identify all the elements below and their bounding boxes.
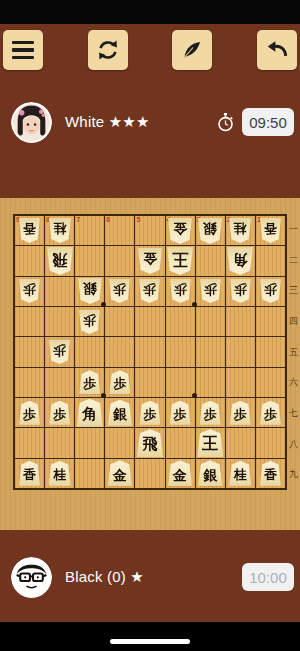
rank-label: 五	[287, 337, 300, 368]
shogi-piece-p-b[interactable]: 歩	[109, 370, 130, 394]
piece-kanji: 歩	[23, 405, 36, 421]
board-cell-3i[interactable]: 銀	[196, 459, 225, 488]
board-cell-5e[interactable]	[135, 337, 164, 366]
piece-kanji: 香	[264, 465, 277, 481]
shogi-piece-k-w[interactable]: 王	[167, 247, 193, 275]
piece-kanji: 歩	[234, 405, 247, 421]
white-player-avatar	[11, 102, 52, 143]
shogi-piece-p-b[interactable]: 歩	[19, 401, 40, 425]
piece-kanji: 歩	[143, 405, 156, 421]
board-cell-9f[interactable]	[15, 368, 44, 397]
piece-kanji: 金	[113, 465, 127, 482]
board-cell-2c[interactable]: 歩	[226, 277, 255, 306]
shogi-piece-p-w[interactable]: 歩	[170, 279, 191, 303]
piece-kanji: 香	[23, 465, 36, 481]
board-cell-1b[interactable]	[256, 246, 285, 275]
board-cell-5d[interactable]	[135, 307, 164, 336]
piece-kanji: 飛	[52, 252, 67, 270]
rank-labels: 一二三四五六七八九	[287, 214, 300, 490]
board-cell-5b[interactable]: 金	[135, 246, 164, 275]
shogi-piece-l-b[interactable]: 香	[19, 461, 40, 486]
shogi-piece-g-w[interactable]: 金	[138, 248, 162, 274]
piece-kanji: 歩	[174, 283, 187, 299]
board-cell-6g[interactable]: 銀	[105, 398, 134, 427]
file-label: 5	[136, 216, 140, 224]
board-cell-2d[interactable]	[226, 307, 255, 336]
board-cell-8i[interactable]: 桂	[45, 459, 74, 488]
piece-kanji: 銀	[203, 465, 217, 482]
rank-label: 四	[287, 306, 300, 337]
rank-label: 二	[287, 245, 300, 276]
black-player-name: Black (0) ★	[65, 568, 144, 586]
piece-kanji: 桂	[53, 465, 66, 481]
piece-kanji: 歩	[23, 283, 36, 299]
shogi-piece-l-w[interactable]: 香	[19, 218, 40, 243]
status-bar	[0, 0, 300, 24]
rank-label: 六	[287, 367, 300, 398]
hoshi-dot	[192, 393, 197, 398]
board-cell-1a[interactable]: 1香	[256, 216, 285, 245]
file-label: 6	[106, 216, 110, 224]
shogi-piece-r-w[interactable]: 飛	[47, 247, 73, 275]
board-cell-3e[interactable]	[196, 337, 225, 366]
piece-kanji: 歩	[234, 283, 247, 299]
shogi-piece-p-b[interactable]: 歩	[49, 401, 70, 425]
piece-kanji: 香	[264, 223, 277, 239]
shogi-piece-p-w[interactable]: 歩	[19, 279, 40, 303]
rank-label: 一	[287, 214, 300, 245]
shogi-piece-n-b[interactable]: 桂	[49, 461, 71, 486]
board-cell-6h[interactable]	[105, 428, 134, 457]
file-label: 7	[76, 216, 80, 224]
piece-kanji: 歩	[83, 374, 96, 390]
board-cell-5g[interactable]: 歩	[135, 398, 164, 427]
board-cell-2a[interactable]: 2桂	[226, 216, 255, 245]
board-cell-9c[interactable]: 歩	[15, 277, 44, 306]
board-cell-8g[interactable]: 歩	[45, 398, 74, 427]
file-label: 1	[257, 216, 261, 224]
shogi-piece-p-w[interactable]: 歩	[200, 279, 221, 303]
board-cell-6c[interactable]: 歩	[105, 277, 134, 306]
undo-arrow-icon	[264, 37, 290, 63]
piece-kanji: 歩	[113, 283, 126, 299]
piece-kanji: 金	[173, 222, 187, 239]
piece-kanji: 金	[143, 252, 157, 269]
shogi-piece-s-b[interactable]: 銀	[108, 400, 132, 426]
piece-kanji: 銀	[113, 404, 127, 421]
piece-kanji: 金	[173, 465, 187, 482]
black-timer: 10:00	[242, 563, 294, 591]
piece-kanji: 王	[202, 433, 218, 452]
shogi-piece-n-b[interactable]: 桂	[229, 461, 251, 486]
board-cell-6f[interactable]: 歩	[105, 368, 134, 397]
shogi-piece-p-b[interactable]: 歩	[79, 370, 100, 394]
white-timer: 09:50	[242, 108, 294, 136]
board-cell-4b[interactable]: 王	[166, 246, 195, 275]
shogi-piece-r-b[interactable]: 飛	[137, 429, 163, 457]
shogi-piece-p-w[interactable]: 歩	[260, 279, 281, 303]
board-cell-6d[interactable]	[105, 307, 134, 336]
shogi-piece-b-b[interactable]: 角	[77, 399, 103, 427]
feather-quill-icon	[180, 38, 204, 62]
piece-kanji: 銀	[203, 222, 217, 239]
board-cell-1g[interactable]: 歩	[256, 398, 285, 427]
rank-label: 三	[287, 275, 300, 306]
player-row-white: White ★★★ 09:50	[0, 100, 300, 144]
board-cell-2f[interactable]	[226, 368, 255, 397]
rotate-arrows-icon	[95, 37, 121, 63]
shogi-piece-g-w[interactable]: 金	[168, 218, 192, 244]
board-cell-3g[interactable]: 歩	[196, 398, 225, 427]
piece-kanji: 角	[82, 404, 97, 422]
board-cell-1f[interactable]	[256, 368, 285, 397]
board-cell-8e[interactable]: 歩	[45, 337, 74, 366]
board-cell-2h[interactable]	[226, 428, 255, 457]
board-cell-3d[interactable]	[196, 307, 225, 336]
piece-kanji: 歩	[264, 405, 277, 421]
board-cell-8d[interactable]	[45, 307, 74, 336]
board-cell-5a[interactable]: 5	[135, 216, 164, 245]
board-cell-6b[interactable]	[105, 246, 134, 275]
board-cell-5f[interactable]	[135, 368, 164, 397]
toolbar	[0, 30, 300, 72]
board-cell-3f[interactable]	[196, 368, 225, 397]
hoshi-dot	[101, 302, 106, 307]
board-cell-9d[interactable]	[15, 307, 44, 336]
shogi-piece-p-w[interactable]: 歩	[230, 279, 251, 303]
board-cell-8b[interactable]: 飛	[45, 246, 74, 275]
board-grid: 9香8桂7654金3銀2桂1香飛金王角歩銀歩歩歩歩歩歩歩歩歩歩歩歩角銀歩歩歩歩歩…	[13, 214, 287, 490]
board-cell-3a[interactable]: 3銀	[196, 216, 225, 245]
piece-kanji: 歩	[113, 374, 126, 390]
board-cell-7f[interactable]: 歩	[75, 368, 104, 397]
hoshi-dot	[192, 302, 197, 307]
board-cell-9a[interactable]: 9香	[15, 216, 44, 245]
board-cell-7b[interactable]	[75, 246, 104, 275]
board-cell-1c[interactable]: 歩	[256, 277, 285, 306]
board-cell-5c[interactable]: 歩	[135, 277, 164, 306]
undo-button[interactable]	[257, 30, 297, 70]
shogi-piece-p-b[interactable]: 歩	[230, 401, 251, 425]
board-cell-2b[interactable]: 角	[226, 246, 255, 275]
piece-kanji: 桂	[234, 223, 247, 239]
shogi-piece-l-w[interactable]: 香	[260, 218, 281, 243]
board-cell-8c[interactable]	[45, 277, 74, 306]
board-cell-7e[interactable]	[75, 337, 104, 366]
rank-label: 八	[287, 429, 300, 460]
board-cell-7h[interactable]	[75, 428, 104, 457]
shogi-piece-k-b[interactable]: 王	[197, 429, 223, 457]
shogi-piece-n-w[interactable]: 桂	[49, 218, 71, 243]
board-cell-4h[interactable]	[166, 428, 195, 457]
piece-kanji: 角	[233, 252, 248, 270]
piece-kanji: 歩	[204, 405, 217, 421]
board-cell-9h[interactable]	[15, 428, 44, 457]
board-cell-3b[interactable]	[196, 246, 225, 275]
piece-kanji: 王	[172, 251, 188, 270]
piece-kanji: 歩	[83, 314, 96, 330]
shogi-piece-p-w[interactable]: 歩	[79, 310, 100, 334]
board-cell-2e[interactable]	[226, 337, 255, 366]
board-cell-1i[interactable]: 香	[256, 459, 285, 488]
board-cell-4c[interactable]: 歩	[166, 277, 195, 306]
home-indicator-area	[0, 622, 300, 651]
menu-button[interactable]	[3, 30, 43, 70]
board-cell-1d[interactable]	[256, 307, 285, 336]
board-cell-6i[interactable]: 金	[105, 459, 134, 488]
shogi-piece-p-w[interactable]: 歩	[49, 340, 70, 364]
board-cell-6e[interactable]	[105, 337, 134, 366]
shogi-piece-s-w[interactable]: 銀	[198, 218, 222, 244]
board-cell-2i[interactable]: 桂	[226, 459, 255, 488]
piece-kanji: 歩	[174, 405, 187, 421]
board-cell-4a[interactable]: 4金	[166, 216, 195, 245]
piece-kanji: 銀	[83, 283, 97, 300]
shogi-piece-p-b[interactable]: 歩	[200, 401, 221, 425]
board-cell-7i[interactable]	[75, 459, 104, 488]
board-cell-2g[interactable]: 歩	[226, 398, 255, 427]
board-cell-9b[interactable]	[15, 246, 44, 275]
board-cell-7c[interactable]: 銀	[75, 277, 104, 306]
shogi-board-area: 9香8桂7654金3銀2桂1香飛金王角歩銀歩歩歩歩歩歩歩歩歩歩歩歩角銀歩歩歩歩歩…	[0, 198, 300, 530]
shogi-piece-s-b[interactable]: 銀	[198, 460, 222, 486]
piece-kanji: 歩	[143, 283, 156, 299]
hamburger-menu-icon	[12, 41, 34, 60]
board-cell-6a[interactable]: 6	[105, 216, 134, 245]
shogi-piece-p-b[interactable]: 歩	[139, 401, 160, 425]
shogi-piece-g-b[interactable]: 金	[168, 460, 192, 486]
piece-kanji: 歩	[53, 405, 66, 421]
shogi-piece-p-w[interactable]: 歩	[109, 279, 130, 303]
black-player-avatar	[11, 557, 52, 598]
shogi-piece-g-b[interactable]: 金	[108, 460, 132, 486]
board-cell-4i[interactable]: 金	[166, 459, 195, 488]
shogi-piece-n-w[interactable]: 桂	[229, 218, 251, 243]
board-cell-7a[interactable]: 7	[75, 216, 104, 245]
player-row-black: Black (0) ★ 10:00	[0, 555, 300, 599]
board-cell-3c[interactable]: 歩	[196, 277, 225, 306]
piece-kanji: 歩	[53, 344, 66, 360]
flip-board-button[interactable]	[88, 30, 128, 70]
board-cell-4f[interactable]	[166, 368, 195, 397]
board-cell-8f[interactable]	[45, 368, 74, 397]
shogi-piece-p-w[interactable]: 歩	[139, 279, 160, 303]
hoshi-dot	[101, 393, 106, 398]
board-cell-1h[interactable]	[256, 428, 285, 457]
shogi-piece-b-w[interactable]: 角	[227, 247, 253, 275]
shogi-piece-l-b[interactable]: 香	[260, 461, 281, 486]
board-cell-5h[interactable]: 飛	[135, 428, 164, 457]
white-player-name: White ★★★	[65, 113, 150, 131]
home-indicator[interactable]	[110, 639, 190, 644]
piece-kanji: 飛	[142, 434, 157, 452]
shogi-piece-p-b[interactable]: 歩	[170, 401, 191, 425]
piece-kanji: 歩	[264, 283, 277, 299]
board-cell-9e[interactable]	[15, 337, 44, 366]
shogi-piece-s-w[interactable]: 銀	[78, 278, 102, 304]
board-cell-8h[interactable]	[45, 428, 74, 457]
board-cell-9i[interactable]: 香	[15, 459, 44, 488]
stopwatch-icon	[216, 112, 235, 133]
board-cell-9g[interactable]: 歩	[15, 398, 44, 427]
board-cell-5i[interactable]	[135, 459, 164, 488]
board-cell-4d[interactable]	[166, 307, 195, 336]
piece-kanji: 歩	[204, 283, 217, 299]
board-cell-4e[interactable]	[166, 337, 195, 366]
rank-label: 九	[287, 459, 300, 490]
rank-label: 七	[287, 398, 300, 429]
notation-button[interactable]	[172, 30, 212, 70]
piece-kanji: 桂	[234, 465, 247, 481]
board-cell-7d[interactable]: 歩	[75, 307, 104, 336]
piece-kanji: 桂	[53, 223, 66, 239]
board-cell-1e[interactable]	[256, 337, 285, 366]
piece-kanji: 香	[23, 223, 36, 239]
board-cell-7g[interactable]: 角	[75, 398, 104, 427]
board-cell-4g[interactable]: 歩	[166, 398, 195, 427]
board-cell-3h[interactable]: 王	[196, 428, 225, 457]
shogi-piece-p-b[interactable]: 歩	[260, 401, 281, 425]
board-cell-8a[interactable]: 8桂	[45, 216, 74, 245]
